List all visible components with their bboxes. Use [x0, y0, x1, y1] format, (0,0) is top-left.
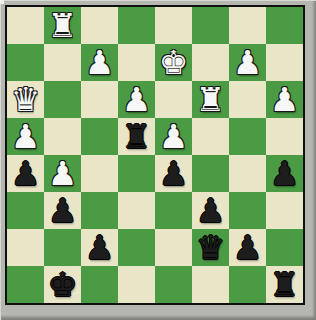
square-f7[interactable]: [192, 44, 229, 81]
square-c8[interactable]: [81, 7, 118, 44]
square-g3[interactable]: [229, 192, 266, 229]
white-rook-piece: ♜: [196, 81, 226, 118]
square-a7[interactable]: [7, 44, 44, 81]
square-a8[interactable]: [7, 7, 44, 44]
square-g4[interactable]: [229, 155, 266, 192]
square-e1[interactable]: [155, 266, 192, 303]
square-a6[interactable]: ♛: [7, 81, 44, 118]
square-a4[interactable]: ♟: [7, 155, 44, 192]
square-f8[interactable]: [192, 7, 229, 44]
square-d2[interactable]: [118, 229, 155, 266]
square-g5[interactable]: [229, 118, 266, 155]
black-king-piece: ♚: [48, 266, 78, 303]
black-pawn-piece: ♟: [196, 192, 226, 229]
square-c6[interactable]: [81, 81, 118, 118]
square-f5[interactable]: [192, 118, 229, 155]
square-d3[interactable]: [118, 192, 155, 229]
white-rook-piece: ♜: [48, 7, 78, 44]
white-pawn-piece: ♟: [85, 44, 115, 81]
square-d7[interactable]: [118, 44, 155, 81]
square-d8[interactable]: [118, 7, 155, 44]
black-pawn-piece: ♟: [48, 192, 78, 229]
white-queen-piece: ♛: [11, 81, 41, 118]
board-frame: ♜♟♚♟♛♟♜♟♟♜♟♟♟♟♟♟♟♟♛♟♚♜: [0, 0, 316, 320]
square-g2[interactable]: ♟: [229, 229, 266, 266]
frame-corner-notch: [0, 0, 4, 4]
square-b5[interactable]: [44, 118, 81, 155]
square-h4[interactable]: ♟: [266, 155, 303, 192]
black-pawn-piece: ♟: [270, 155, 300, 192]
white-pawn-piece: ♟: [48, 155, 78, 192]
white-pawn-piece: ♟: [159, 118, 189, 155]
square-a1[interactable]: [7, 266, 44, 303]
square-e2[interactable]: [155, 229, 192, 266]
black-pawn-piece: ♟: [11, 155, 41, 192]
square-f1[interactable]: [192, 266, 229, 303]
square-e7[interactable]: ♚: [155, 44, 192, 81]
square-b1[interactable]: ♚: [44, 266, 81, 303]
square-b4[interactable]: ♟: [44, 155, 81, 192]
square-f6[interactable]: ♜: [192, 81, 229, 118]
black-rook-piece: ♜: [122, 118, 152, 155]
white-pawn-piece: ♟: [233, 44, 263, 81]
square-h8[interactable]: [266, 7, 303, 44]
square-a5[interactable]: ♟: [7, 118, 44, 155]
square-h3[interactable]: [266, 192, 303, 229]
square-c5[interactable]: [81, 118, 118, 155]
square-c2[interactable]: ♟: [81, 229, 118, 266]
square-g8[interactable]: [229, 7, 266, 44]
square-h6[interactable]: ♟: [266, 81, 303, 118]
black-pawn-piece: ♟: [233, 229, 263, 266]
white-king-piece: ♚: [159, 44, 189, 81]
square-b8[interactable]: ♜: [44, 7, 81, 44]
white-pawn-piece: ♟: [122, 81, 152, 118]
square-e6[interactable]: [155, 81, 192, 118]
square-g6[interactable]: [229, 81, 266, 118]
square-e8[interactable]: [155, 7, 192, 44]
square-h5[interactable]: [266, 118, 303, 155]
square-d4[interactable]: [118, 155, 155, 192]
square-h1[interactable]: ♜: [266, 266, 303, 303]
square-g1[interactable]: [229, 266, 266, 303]
square-b6[interactable]: [44, 81, 81, 118]
black-rook-piece: ♜: [270, 266, 300, 303]
square-c7[interactable]: ♟: [81, 44, 118, 81]
square-d6[interactable]: ♟: [118, 81, 155, 118]
black-queen-piece: ♛: [196, 229, 226, 266]
square-a3[interactable]: [7, 192, 44, 229]
square-f4[interactable]: [192, 155, 229, 192]
square-b3[interactable]: ♟: [44, 192, 81, 229]
white-pawn-piece: ♟: [11, 118, 41, 155]
square-d1[interactable]: [118, 266, 155, 303]
square-b7[interactable]: [44, 44, 81, 81]
square-e5[interactable]: ♟: [155, 118, 192, 155]
square-c4[interactable]: [81, 155, 118, 192]
white-pawn-piece: ♟: [270, 81, 300, 118]
square-f3[interactable]: ♟: [192, 192, 229, 229]
square-c1[interactable]: [81, 266, 118, 303]
square-b2[interactable]: [44, 229, 81, 266]
square-f2[interactable]: ♛: [192, 229, 229, 266]
square-e3[interactable]: [155, 192, 192, 229]
square-h7[interactable]: [266, 44, 303, 81]
black-pawn-piece: ♟: [85, 229, 115, 266]
black-pawn-piece: ♟: [159, 155, 189, 192]
chess-board: ♜♟♚♟♛♟♜♟♟♜♟♟♟♟♟♟♟♟♛♟♚♜: [5, 5, 305, 305]
square-d5[interactable]: ♜: [118, 118, 155, 155]
square-e4[interactable]: ♟: [155, 155, 192, 192]
square-g7[interactable]: ♟: [229, 44, 266, 81]
square-c3[interactable]: [81, 192, 118, 229]
square-a2[interactable]: [7, 229, 44, 266]
square-h2[interactable]: [266, 229, 303, 266]
